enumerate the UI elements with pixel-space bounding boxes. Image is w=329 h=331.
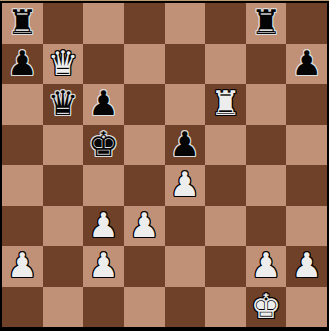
square-f5[interactable]	[205, 125, 246, 166]
square-f7[interactable]	[205, 44, 246, 85]
piece-white-pawn-g2: ♟	[251, 248, 281, 282]
piece-black-pawn-a7: ♟	[7, 46, 37, 80]
piece-black-rook-a8: ♜	[7, 5, 37, 39]
piece-white-pawn-c2: ♟	[88, 248, 118, 282]
piece-white-rook-f6: ♜	[210, 86, 240, 120]
square-e5[interactable]: ♟	[165, 125, 206, 166]
square-h1[interactable]	[286, 287, 327, 328]
piece-black-rook-g8: ♜	[251, 5, 281, 39]
square-b5[interactable]	[43, 125, 84, 166]
square-f3[interactable]	[205, 206, 246, 247]
board-frame: ♜♜♟♛♟♛♟♜♚♟♟♟♟♟♟♟♟♚	[0, 0, 329, 331]
square-e3[interactable]	[165, 206, 206, 247]
square-g1[interactable]: ♚	[246, 287, 287, 328]
piece-black-queen-b6: ♛	[48, 86, 78, 120]
square-b2[interactable]	[43, 246, 84, 287]
square-d8[interactable]	[124, 3, 165, 44]
square-f8[interactable]	[205, 3, 246, 44]
square-c7[interactable]	[83, 44, 124, 85]
square-d2[interactable]	[124, 246, 165, 287]
square-h4[interactable]	[286, 165, 327, 206]
square-g7[interactable]	[246, 44, 287, 85]
square-b6[interactable]: ♛	[43, 84, 84, 125]
square-h2[interactable]: ♟	[286, 246, 327, 287]
square-a3[interactable]	[2, 206, 43, 247]
square-a6[interactable]	[2, 84, 43, 125]
square-f6[interactable]: ♜	[205, 84, 246, 125]
square-e4[interactable]: ♟	[165, 165, 206, 206]
square-c5[interactable]: ♚	[83, 125, 124, 166]
square-d5[interactable]	[124, 125, 165, 166]
square-g2[interactable]: ♟	[246, 246, 287, 287]
square-e2[interactable]	[165, 246, 206, 287]
square-e6[interactable]	[165, 84, 206, 125]
square-d1[interactable]	[124, 287, 165, 328]
piece-black-king-c5: ♚	[88, 127, 118, 161]
square-a8[interactable]: ♜	[2, 3, 43, 44]
square-c4[interactable]	[83, 165, 124, 206]
piece-white-pawn-c3: ♟	[88, 208, 118, 242]
square-h3[interactable]	[286, 206, 327, 247]
square-f4[interactable]	[205, 165, 246, 206]
piece-black-pawn-e5: ♟	[170, 127, 200, 161]
square-g8[interactable]: ♜	[246, 3, 287, 44]
square-c2[interactable]: ♟	[83, 246, 124, 287]
piece-black-pawn-h7: ♟	[291, 46, 321, 80]
square-f1[interactable]	[205, 287, 246, 328]
square-d4[interactable]	[124, 165, 165, 206]
square-h8[interactable]	[286, 3, 327, 44]
square-a2[interactable]: ♟	[2, 246, 43, 287]
square-b1[interactable]	[43, 287, 84, 328]
square-b3[interactable]	[43, 206, 84, 247]
square-c6[interactable]: ♟	[83, 84, 124, 125]
piece-white-pawn-a2: ♟	[7, 248, 37, 282]
square-h5[interactable]	[286, 125, 327, 166]
square-a1[interactable]	[2, 287, 43, 328]
piece-white-pawn-e4: ♟	[170, 167, 200, 201]
square-d7[interactable]	[124, 44, 165, 85]
square-g4[interactable]	[246, 165, 287, 206]
square-g5[interactable]	[246, 125, 287, 166]
square-g6[interactable]	[246, 84, 287, 125]
piece-white-king-g1: ♚	[251, 289, 281, 323]
square-c3[interactable]: ♟	[83, 206, 124, 247]
square-d6[interactable]	[124, 84, 165, 125]
square-h7[interactable]: ♟	[286, 44, 327, 85]
chess-board: ♜♜♟♛♟♛♟♜♚♟♟♟♟♟♟♟♟♚	[2, 3, 327, 327]
square-a5[interactable]	[2, 125, 43, 166]
square-e8[interactable]	[165, 3, 206, 44]
square-b8[interactable]	[43, 3, 84, 44]
piece-black-pawn-c6: ♟	[88, 86, 118, 120]
square-a4[interactable]	[2, 165, 43, 206]
square-c1[interactable]	[83, 287, 124, 328]
square-c8[interactable]	[83, 3, 124, 44]
square-e7[interactable]	[165, 44, 206, 85]
piece-white-pawn-d3: ♟	[129, 208, 159, 242]
square-a7[interactable]: ♟	[2, 44, 43, 85]
square-b4[interactable]	[43, 165, 84, 206]
square-f2[interactable]	[205, 246, 246, 287]
square-b7[interactable]: ♛	[43, 44, 84, 85]
piece-white-pawn-h2: ♟	[291, 248, 321, 282]
square-d3[interactable]: ♟	[124, 206, 165, 247]
square-h6[interactable]	[286, 84, 327, 125]
square-e1[interactable]	[165, 287, 206, 328]
square-g3[interactable]	[246, 206, 287, 247]
piece-white-queen-b7: ♛	[48, 46, 78, 80]
